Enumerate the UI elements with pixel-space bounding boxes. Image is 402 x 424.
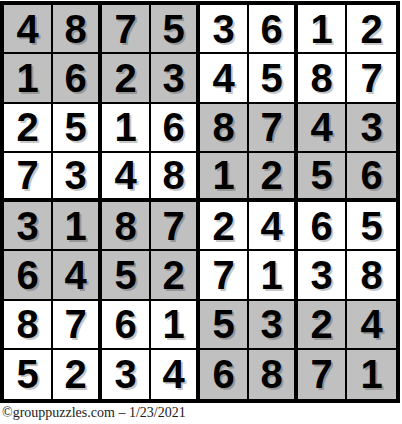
cell-r8c5: 6 [200,350,249,399]
cell-r4c2: 3 [53,153,102,202]
cell-r4c7: 5 [298,153,347,202]
cell-r4c8: 6 [347,153,396,202]
cell-r8c6: 8 [249,350,298,399]
cell-r5c3: 8 [102,202,151,251]
cell-r2c1: 1 [4,54,53,103]
cell-r6c3: 5 [102,251,151,300]
cell-r3c8: 3 [347,104,396,153]
cell-r7c2: 7 [53,301,102,350]
cell-r6c6: 1 [249,251,298,300]
cell-r7c4: 1 [151,301,200,350]
cell-r4c3: 4 [102,153,151,202]
cell-r2c4: 3 [151,54,200,103]
sudoku-board: 4875361216234587251687437348125631872465… [0,1,400,403]
cell-r4c1: 7 [4,153,53,202]
cell-r1c1: 4 [4,5,53,54]
cell-r1c2: 8 [53,5,102,54]
cell-r2c7: 8 [298,54,347,103]
cell-r8c1: 5 [4,350,53,399]
cell-r1c8: 2 [347,5,396,54]
cell-r2c3: 2 [102,54,151,103]
cell-r7c3: 6 [102,301,151,350]
cell-r1c6: 6 [249,5,298,54]
cell-r2c6: 5 [249,54,298,103]
cell-r8c7: 7 [298,350,347,399]
cell-r3c6: 7 [249,104,298,153]
cell-r1c3: 7 [102,5,151,54]
puzzle-page: 4875361216234587251687437348125631872465… [0,0,402,424]
cell-r6c1: 6 [4,251,53,300]
cell-r6c5: 7 [200,251,249,300]
cell-r4c4: 8 [151,153,200,202]
cell-r6c7: 3 [298,251,347,300]
cell-r8c4: 4 [151,350,200,399]
cell-r8c3: 3 [102,350,151,399]
cell-r7c1: 8 [4,301,53,350]
cell-r1c5: 3 [200,5,249,54]
cell-r4c6: 2 [249,153,298,202]
cell-r2c2: 6 [53,54,102,103]
copyright-line: ©grouppuzzles.com – 1/23/2021 [2,405,186,421]
cell-r6c2: 4 [53,251,102,300]
cell-r7c7: 2 [298,301,347,350]
cell-r6c8: 8 [347,251,396,300]
cell-r5c5: 2 [200,202,249,251]
cell-r2c8: 7 [347,54,396,103]
cell-r7c8: 4 [347,301,396,350]
cell-r6c4: 2 [151,251,200,300]
cell-r5c7: 6 [298,202,347,251]
cell-r8c8: 1 [347,350,396,399]
cell-r1c7: 1 [298,5,347,54]
cell-r3c1: 2 [4,104,53,153]
cell-r3c3: 1 [102,104,151,153]
cell-r5c8: 5 [347,202,396,251]
cell-r3c7: 4 [298,104,347,153]
cell-r5c2: 1 [53,202,102,251]
cell-r3c2: 5 [53,104,102,153]
cell-r5c1: 3 [4,202,53,251]
cell-r1c4: 5 [151,5,200,54]
cell-r8c2: 2 [53,350,102,399]
cell-r7c5: 5 [200,301,249,350]
cell-r4c5: 1 [200,153,249,202]
cell-r5c4: 7 [151,202,200,251]
cell-r2c5: 4 [200,54,249,103]
cell-r3c4: 6 [151,104,200,153]
cell-r5c6: 4 [249,202,298,251]
cell-r3c5: 8 [200,104,249,153]
cell-r7c6: 3 [249,301,298,350]
